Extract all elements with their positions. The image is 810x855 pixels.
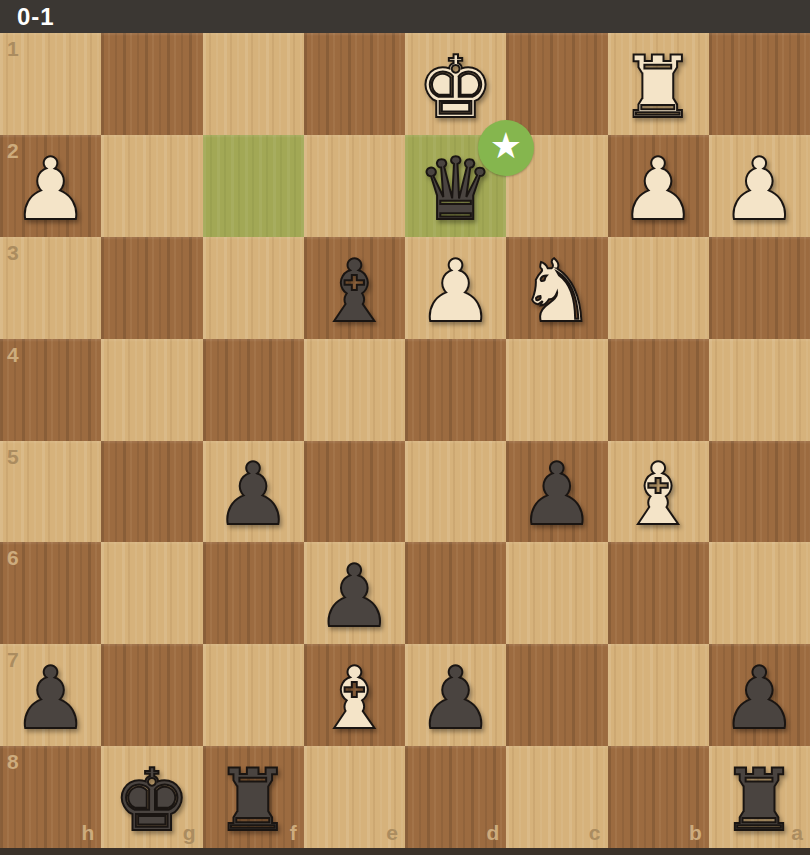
square-h3[interactable]: 3 <box>0 237 101 339</box>
piece-black-pawn-h7[interactable]: ♟ <box>0 647 101 749</box>
square-b3[interactable] <box>608 237 709 339</box>
square-f7[interactable] <box>203 644 304 746</box>
rank-label-1: 1 <box>7 38 19 59</box>
piece-black-pawn-c5[interactable]: ♟ <box>506 444 607 546</box>
square-a6[interactable] <box>709 542 810 644</box>
square-e7[interactable]: ♝ <box>304 644 405 746</box>
square-f8[interactable]: f♜ <box>203 746 304 848</box>
square-c3[interactable]: ♞ <box>506 237 607 339</box>
piece-black-pawn-a7[interactable]: ♟ <box>709 647 810 749</box>
square-h8[interactable]: 8h <box>0 746 101 848</box>
piece-black-rook-a8[interactable]: ♜ <box>709 749 810 851</box>
game-result: 0-1 <box>17 3 55 31</box>
piece-white-bishop-e7[interactable]: ♝ <box>304 647 405 749</box>
square-a1[interactable] <box>709 33 810 135</box>
square-f3[interactable] <box>203 237 304 339</box>
square-e8[interactable]: e <box>304 746 405 848</box>
square-g5[interactable] <box>101 441 202 543</box>
piece-black-pawn-e6[interactable]: ♟ <box>304 545 405 647</box>
piece-black-bishop-e3[interactable]: ♝ <box>304 240 405 342</box>
square-f4[interactable] <box>203 339 304 441</box>
star-icon: ★ <box>490 128 522 164</box>
piece-white-pawn-h2[interactable]: ♟ <box>0 138 101 240</box>
file-label-d: d <box>486 822 499 843</box>
rank-label-3: 3 <box>7 242 19 263</box>
square-g4[interactable] <box>101 339 202 441</box>
square-b7[interactable] <box>608 644 709 746</box>
chess-app: 0-1 ★ 1♚♜2♟♛♟♟3♝♟♞45♟♟♝6♟7♟♝♟♟8hg♚f♜edcb… <box>0 0 810 855</box>
rank-label-6: 6 <box>7 547 19 568</box>
square-b1[interactable]: ♜ <box>608 33 709 135</box>
file-label-h: h <box>81 822 94 843</box>
file-label-b: b <box>689 822 702 843</box>
square-e3[interactable]: ♝ <box>304 237 405 339</box>
result-bar: 0-1 <box>0 0 810 33</box>
square-g6[interactable] <box>101 542 202 644</box>
square-h2[interactable]: 2♟ <box>0 135 101 237</box>
rank-label-5: 5 <box>7 446 19 467</box>
square-h1[interactable]: 1 <box>0 33 101 135</box>
square-g3[interactable] <box>101 237 202 339</box>
square-e5[interactable] <box>304 441 405 543</box>
square-b4[interactable] <box>608 339 709 441</box>
piece-white-bishop-b5[interactable]: ♝ <box>608 444 709 546</box>
square-c7[interactable] <box>506 644 607 746</box>
square-e6[interactable]: ♟ <box>304 542 405 644</box>
piece-black-king-g8[interactable]: ♚ <box>101 749 202 851</box>
square-f6[interactable] <box>203 542 304 644</box>
square-h6[interactable]: 6 <box>0 542 101 644</box>
square-g8[interactable]: g♚ <box>101 746 202 848</box>
square-d3[interactable]: ♟ <box>405 237 506 339</box>
square-e4[interactable] <box>304 339 405 441</box>
piece-white-rook-b1[interactable]: ♜ <box>608 36 709 138</box>
piece-black-pawn-f5[interactable]: ♟ <box>203 444 304 546</box>
square-d7[interactable]: ♟ <box>405 644 506 746</box>
square-a5[interactable] <box>709 441 810 543</box>
square-d4[interactable] <box>405 339 506 441</box>
square-a4[interactable] <box>709 339 810 441</box>
square-h4[interactable]: 4 <box>0 339 101 441</box>
piece-white-king-d1[interactable]: ♚ <box>405 36 506 138</box>
piece-black-rook-f8[interactable]: ♜ <box>203 749 304 851</box>
square-f2[interactable] <box>203 135 304 237</box>
square-h7[interactable]: 7♟ <box>0 644 101 746</box>
piece-white-pawn-b2[interactable]: ♟ <box>608 138 709 240</box>
square-g7[interactable] <box>101 644 202 746</box>
rank-label-4: 4 <box>7 344 19 365</box>
square-b8[interactable]: b <box>608 746 709 848</box>
chess-board: ★ 1♚♜2♟♛♟♟3♝♟♞45♟♟♝6♟7♟♝♟♟8hg♚f♜edcba♜ <box>0 33 810 848</box>
square-f1[interactable] <box>203 33 304 135</box>
square-d6[interactable] <box>405 542 506 644</box>
square-c5[interactable]: ♟ <box>506 441 607 543</box>
square-a7[interactable]: ♟ <box>709 644 810 746</box>
square-b6[interactable] <box>608 542 709 644</box>
square-b5[interactable]: ♝ <box>608 441 709 543</box>
square-e2[interactable] <box>304 135 405 237</box>
square-d1[interactable]: ♚ <box>405 33 506 135</box>
square-b2[interactable]: ♟ <box>608 135 709 237</box>
file-label-e: e <box>386 822 398 843</box>
square-g2[interactable] <box>101 135 202 237</box>
square-a2[interactable]: ♟ <box>709 135 810 237</box>
square-c4[interactable] <box>506 339 607 441</box>
square-c8[interactable]: c <box>506 746 607 848</box>
piece-white-pawn-a2[interactable]: ♟ <box>709 138 810 240</box>
piece-black-pawn-d7[interactable]: ♟ <box>405 647 506 749</box>
square-a3[interactable] <box>709 237 810 339</box>
square-g1[interactable] <box>101 33 202 135</box>
file-label-c: c <box>589 822 601 843</box>
square-h5[interactable]: 5 <box>0 441 101 543</box>
square-e1[interactable] <box>304 33 405 135</box>
square-d8[interactable]: d <box>405 746 506 848</box>
square-a8[interactable]: a♜ <box>709 746 810 848</box>
piece-white-knight-c3[interactable]: ♞ <box>506 240 607 342</box>
best-move-badge: ★ <box>478 120 534 176</box>
square-d5[interactable] <box>405 441 506 543</box>
piece-white-pawn-d3[interactable]: ♟ <box>405 240 506 342</box>
square-f5[interactable]: ♟ <box>203 441 304 543</box>
rank-label-8: 8 <box>7 751 19 772</box>
square-c6[interactable] <box>506 542 607 644</box>
square-c1[interactable] <box>506 33 607 135</box>
